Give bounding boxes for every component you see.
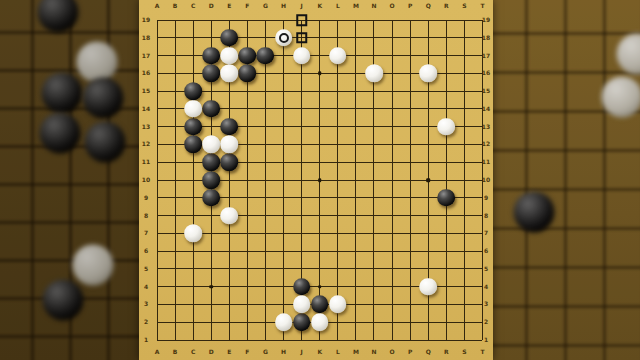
row-label-left-16: 16: [142, 70, 150, 76]
stone-black-K3[interactable]: [311, 296, 329, 314]
col-label-top-O: O: [389, 3, 394, 9]
row-label-right-17: 17: [482, 53, 490, 59]
col-label-bottom-D: D: [209, 349, 214, 355]
row-label-left-1: 1: [144, 337, 148, 343]
row-label-left-8: 8: [144, 213, 148, 219]
row-label-left-4: 4: [144, 284, 148, 290]
grid-line-horizontal: [157, 215, 482, 216]
stone-black-E13[interactable]: [221, 118, 239, 136]
row-label-right-6: 6: [484, 248, 488, 254]
stone-white-H2[interactable]: [275, 313, 293, 331]
col-label-bottom-B: B: [173, 349, 178, 355]
col-label-bottom-E: E: [227, 349, 231, 355]
grid-line-horizontal: [157, 233, 482, 234]
stone-black-F17[interactable]: [239, 47, 257, 65]
stone-white-Q16[interactable]: [419, 65, 437, 83]
col-label-bottom-A: A: [155, 349, 160, 355]
row-label-right-11: 11: [482, 159, 490, 165]
stone-black-D10[interactable]: [202, 171, 220, 189]
go-board[interactable]: AABBCCDDEEFFGGHHJJKKLLMMNNOOPPQQRRSSTT19…: [139, 0, 493, 360]
row-label-left-17: 17: [142, 53, 150, 59]
stone-white-J3[interactable]: [293, 296, 311, 314]
col-label-top-J: J: [301, 3, 303, 9]
star-point-K4: [318, 285, 322, 289]
stone-black-R9[interactable]: [437, 189, 455, 207]
stone-white-D12[interactable]: [202, 136, 220, 154]
row-label-right-15: 15: [482, 88, 490, 94]
col-label-top-B: B: [173, 3, 178, 9]
row-label-left-5: 5: [144, 266, 148, 272]
circle-marker-H18: [279, 33, 289, 43]
row-label-right-12: 12: [482, 141, 490, 147]
grid-line-horizontal: [157, 340, 482, 341]
stone-white-N16[interactable]: [365, 65, 383, 83]
col-label-bottom-Q: Q: [426, 349, 431, 355]
row-label-left-7: 7: [144, 230, 148, 236]
stone-white-L17[interactable]: [329, 47, 347, 65]
stone-black-D16[interactable]: [202, 65, 220, 83]
row-label-right-9: 9: [484, 195, 488, 201]
background-right-panel: [493, 0, 640, 360]
row-label-right-13: 13: [482, 124, 490, 130]
row-label-right-18: 18: [482, 35, 490, 41]
stone-black-E11[interactable]: [221, 153, 239, 171]
col-label-bottom-T: T: [480, 349, 484, 355]
row-label-left-6: 6: [144, 248, 148, 254]
square-marker-J18: [296, 32, 308, 44]
stone-black-E18[interactable]: [221, 29, 239, 47]
col-label-bottom-K: K: [317, 349, 322, 355]
col-label-top-N: N: [371, 3, 376, 9]
stone-white-K2[interactable]: [311, 313, 329, 331]
col-label-bottom-R: R: [444, 349, 449, 355]
background-tint: [493, 0, 640, 360]
col-label-top-D: D: [209, 3, 214, 9]
stone-black-C15[interactable]: [184, 82, 202, 100]
col-label-bottom-C: C: [191, 349, 195, 355]
stone-black-F16[interactable]: [239, 65, 257, 83]
row-label-right-8: 8: [484, 213, 488, 219]
row-label-left-10: 10: [142, 177, 150, 183]
stone-black-C12[interactable]: [184, 136, 202, 154]
row-label-right-3: 3: [484, 301, 488, 307]
row-label-left-12: 12: [142, 141, 150, 147]
col-label-bottom-N: N: [371, 349, 376, 355]
row-label-left-19: 19: [142, 17, 150, 23]
stone-white-R13[interactable]: [437, 118, 455, 136]
background-tint: [0, 0, 139, 360]
col-label-top-C: C: [191, 3, 195, 9]
col-label-top-E: E: [227, 3, 231, 9]
row-label-left-15: 15: [142, 88, 150, 94]
stone-black-C13[interactable]: [184, 118, 202, 136]
col-label-bottom-M: M: [353, 349, 359, 355]
row-label-right-2: 2: [484, 319, 488, 325]
stone-white-E8[interactable]: [221, 207, 239, 225]
row-label-right-14: 14: [482, 106, 490, 112]
col-label-bottom-J: J: [301, 349, 303, 355]
grid-line-vertical: [446, 20, 447, 340]
stone-white-E17[interactable]: [221, 47, 239, 65]
stone-white-C14[interactable]: [184, 100, 202, 118]
stone-white-L3[interactable]: [329, 296, 347, 314]
row-label-left-14: 14: [142, 106, 150, 112]
stone-white-J17[interactable]: [293, 47, 311, 65]
stone-black-J2[interactable]: [293, 313, 311, 331]
row-label-right-10: 10: [482, 177, 490, 183]
grid-line-vertical: [464, 20, 465, 340]
col-label-bottom-O: O: [389, 349, 394, 355]
row-label-right-7: 7: [484, 230, 488, 236]
stone-black-D14[interactable]: [202, 100, 220, 118]
grid-line-vertical: [337, 20, 338, 340]
col-label-top-P: P: [408, 3, 412, 9]
go-app-screen: AABBCCDDEEFFGGHHJJKKLLMMNNOOPPQQRRSSTT19…: [0, 0, 640, 360]
star-point-D4: [209, 285, 213, 289]
background-left-panel: [0, 0, 139, 360]
col-label-top-K: K: [317, 3, 322, 9]
square-marker-J19: [296, 14, 308, 26]
col-label-top-A: A: [155, 3, 160, 9]
col-label-top-F: F: [245, 3, 249, 9]
star-point-K16: [318, 72, 322, 76]
grid-line-horizontal: [157, 251, 482, 252]
col-label-bottom-H: H: [281, 349, 286, 355]
grid-line-vertical: [410, 20, 411, 340]
row-label-left-11: 11: [142, 159, 150, 165]
col-label-top-Q: Q: [426, 3, 431, 9]
col-label-top-G: G: [263, 3, 268, 9]
star-point-Q10: [426, 178, 430, 182]
col-label-bottom-G: G: [263, 349, 268, 355]
col-label-bottom-L: L: [336, 349, 340, 355]
row-label-left-9: 9: [144, 195, 148, 201]
stone-white-E12[interactable]: [221, 136, 239, 154]
stone-black-D9[interactable]: [202, 189, 220, 207]
row-label-left-3: 3: [144, 301, 148, 307]
col-label-bottom-P: P: [408, 349, 412, 355]
col-label-top-T: T: [480, 3, 484, 9]
stone-black-G17[interactable]: [257, 47, 275, 65]
grid-line-horizontal: [157, 268, 482, 269]
col-label-top-M: M: [353, 3, 359, 9]
star-point-K10: [318, 178, 322, 182]
row-label-left-18: 18: [142, 35, 150, 41]
stone-white-C7[interactable]: [184, 225, 202, 243]
stone-black-J4[interactable]: [293, 278, 311, 296]
stone-white-Q4[interactable]: [419, 278, 437, 296]
grid-line-vertical: [355, 20, 356, 340]
stone-white-E16[interactable]: [221, 65, 239, 83]
col-label-bottom-F: F: [245, 349, 249, 355]
col-label-top-H: H: [281, 3, 286, 9]
grid-line-vertical: [392, 20, 393, 340]
col-label-top-L: L: [336, 3, 340, 9]
row-label-right-5: 5: [484, 266, 488, 272]
stone-black-D11[interactable]: [202, 153, 220, 171]
col-label-bottom-S: S: [462, 349, 466, 355]
row-label-left-13: 13: [142, 124, 150, 130]
col-label-top-R: R: [444, 3, 449, 9]
col-label-top-S: S: [462, 3, 466, 9]
row-label-right-1: 1: [484, 337, 488, 343]
stone-black-D17[interactable]: [202, 47, 220, 65]
row-label-right-4: 4: [484, 284, 488, 290]
row-label-left-2: 2: [144, 319, 148, 325]
row-label-right-16: 16: [482, 70, 490, 76]
row-label-right-19: 19: [482, 17, 490, 23]
